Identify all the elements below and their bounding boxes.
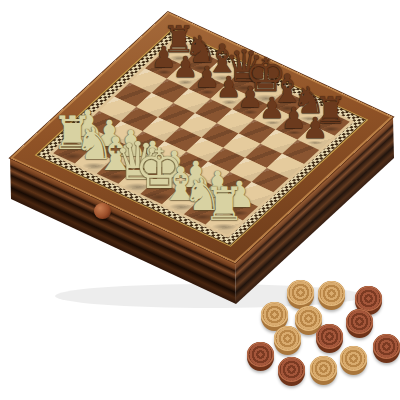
checker-brown[interactable]	[373, 334, 400, 363]
checkers-pieces-layer	[0, 0, 400, 400]
checker-tan[interactable]	[318, 281, 345, 310]
checker-tan[interactable]	[340, 346, 367, 375]
checker-brown[interactable]	[316, 324, 343, 353]
checker-top-face	[247, 342, 274, 367]
checker-top-face	[295, 306, 322, 331]
checker-tan[interactable]	[274, 326, 301, 355]
checker-top-face	[346, 309, 373, 334]
checker-top-face	[316, 324, 343, 349]
checker-brown[interactable]	[247, 342, 274, 371]
product-photo-chess-checkers-set: Wooden chess and checkers box set with m…	[0, 0, 400, 400]
checker-top-face	[310, 356, 337, 381]
checker-top-face	[287, 280, 314, 305]
checker-top-face	[274, 326, 301, 351]
checker-brown[interactable]	[346, 309, 373, 338]
checker-top-face	[278, 357, 305, 382]
checker-top-face	[355, 286, 382, 311]
checker-top-face	[340, 346, 367, 371]
checker-brown[interactable]	[278, 357, 305, 386]
checker-tan[interactable]	[310, 356, 337, 385]
checker-top-face	[373, 334, 400, 359]
checker-top-face	[261, 302, 288, 327]
checker-top-face	[318, 281, 345, 306]
checker-tan[interactable]	[287, 280, 314, 309]
